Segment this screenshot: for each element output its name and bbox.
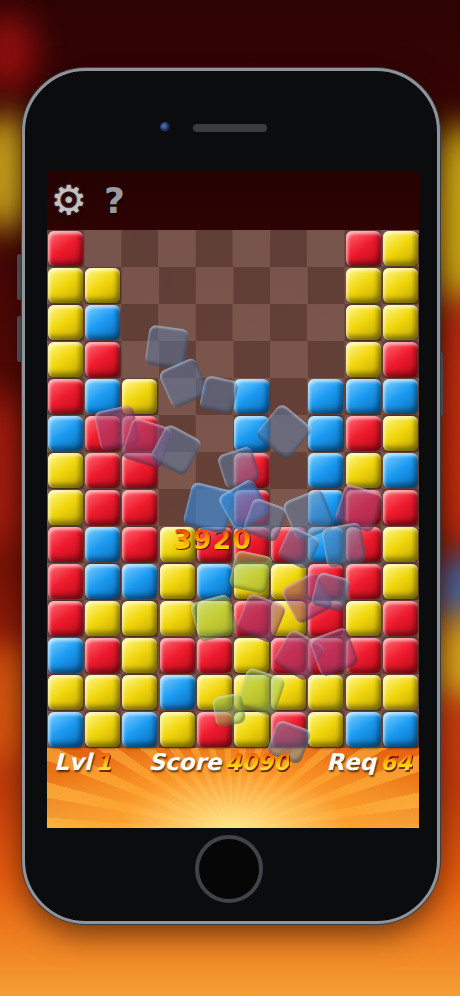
yellow-block <box>346 305 381 340</box>
yellow-block <box>122 638 157 673</box>
block-yellow-r11c7[interactable] <box>270 600 307 637</box>
required-value: 64 <box>380 749 412 775</box>
yellow-block <box>308 675 343 710</box>
block-yellow-r14c8[interactable] <box>307 711 344 748</box>
block-red-r8c6[interactable] <box>233 489 270 526</box>
empty-cell-r1c4 <box>159 230 196 267</box>
blue-block <box>85 305 120 340</box>
block-yellow-r14c4[interactable] <box>159 711 196 748</box>
score-stat: Score 4090 <box>148 749 289 775</box>
block-yellow-r13c1[interactable] <box>47 674 84 711</box>
block-blue-r8c8[interactable] <box>307 489 344 526</box>
level-value: 1 <box>96 749 112 775</box>
block-yellow-r3c1[interactable] <box>47 304 84 341</box>
block-blue-r9c2[interactable] <box>84 526 121 563</box>
block-red-r11c1[interactable] <box>47 600 84 637</box>
red-block <box>383 342 418 377</box>
yellow-block <box>308 712 343 747</box>
block-yellow-r3c10[interactable] <box>382 304 419 341</box>
block-blue-r10c3[interactable] <box>121 563 158 600</box>
yellow-block <box>122 601 157 636</box>
empty-cell-r4c4 <box>159 341 196 378</box>
block-yellow-r10c4[interactable] <box>159 563 196 600</box>
red-block <box>48 527 83 562</box>
block-blue-r12c1[interactable] <box>47 637 84 674</box>
yellow-block <box>346 675 381 710</box>
empty-cell-r6c5 <box>196 415 233 452</box>
blue-block <box>85 564 120 599</box>
block-yellow-r8c1[interactable] <box>47 489 84 526</box>
blue-block <box>85 527 120 562</box>
block-yellow-r13c10[interactable] <box>382 674 419 711</box>
red-block <box>48 564 83 599</box>
empty-cell-r1c2 <box>84 230 121 267</box>
block-red-r4c2[interactable] <box>84 341 121 378</box>
block-red-r7c6[interactable] <box>233 452 270 489</box>
block-yellow-r13c3[interactable] <box>121 674 158 711</box>
block-blue-r6c8[interactable] <box>307 415 344 452</box>
block-red-r9c9[interactable] <box>345 526 382 563</box>
block-yellow-r6c10[interactable] <box>382 415 419 452</box>
yellow-block <box>197 675 232 710</box>
block-red-r7c3[interactable] <box>121 452 158 489</box>
empty-cell-r1c8 <box>307 230 344 267</box>
empty-cell-r3c5 <box>196 304 233 341</box>
empty-cell-r1c3 <box>121 230 158 267</box>
block-red-r11c6[interactable] <box>233 600 270 637</box>
top-hud: ⚙ ? <box>47 172 419 230</box>
game-board[interactable] <box>47 230 419 748</box>
empty-cell-r6c7 <box>270 415 307 452</box>
empty-cell-r1c5 <box>196 230 233 267</box>
blue-block <box>122 712 157 747</box>
block-red-r10c9[interactable] <box>345 563 382 600</box>
block-red-r10c8[interactable] <box>307 563 344 600</box>
block-red-r7c2[interactable] <box>84 452 121 489</box>
block-red-r6c9[interactable] <box>345 415 382 452</box>
block-red-r12c8[interactable] <box>307 637 344 674</box>
block-yellow-r4c9[interactable] <box>345 341 382 378</box>
block-red-r4c10[interactable] <box>382 341 419 378</box>
yellow-block <box>271 601 306 636</box>
empty-cell-r3c8 <box>307 304 344 341</box>
block-yellow-r2c1[interactable] <box>47 267 84 304</box>
red-block <box>383 638 418 673</box>
red-block <box>271 638 306 673</box>
block-red-r9c6[interactable] <box>233 526 270 563</box>
blue-block <box>160 675 195 710</box>
empty-cell-r2c3 <box>121 267 158 304</box>
empty-cell-r7c4 <box>159 452 196 489</box>
yellow-block <box>383 305 418 340</box>
block-yellow-r13c6[interactable] <box>233 674 270 711</box>
block-blue-r7c8[interactable] <box>307 452 344 489</box>
block-blue-r14c10[interactable] <box>382 711 419 748</box>
block-yellow-r2c9[interactable] <box>345 267 382 304</box>
red-block <box>48 601 83 636</box>
empty-cell-r1c6 <box>233 230 270 267</box>
block-yellow-r3c9[interactable] <box>345 304 382 341</box>
block-blue-r14c3[interactable] <box>121 711 158 748</box>
home-button[interactable] <box>195 835 263 903</box>
blue-block <box>308 453 343 488</box>
block-red-r12c5[interactable] <box>196 637 233 674</box>
block-yellow-r10c6[interactable] <box>233 563 270 600</box>
red-block <box>122 490 157 525</box>
yellow-block <box>383 527 418 562</box>
blue-block <box>308 416 343 451</box>
blue-block <box>308 490 343 525</box>
block-red-r9c1[interactable] <box>47 526 84 563</box>
empty-cell-r1c7 <box>270 230 307 267</box>
block-yellow-r7c1[interactable] <box>47 452 84 489</box>
blue-block <box>85 379 120 414</box>
status-bar: Lvl 1 Score 4090 Req 64 <box>47 746 419 778</box>
block-red-r14c5[interactable] <box>196 711 233 748</box>
block-red-r1c1[interactable] <box>47 230 84 267</box>
block-yellow-r13c9[interactable] <box>345 674 382 711</box>
block-yellow-r11c4[interactable] <box>159 600 196 637</box>
block-blue-r5c8[interactable] <box>307 378 344 415</box>
blue-block <box>346 712 381 747</box>
yellow-block <box>346 453 381 488</box>
red-block <box>85 342 120 377</box>
block-red-r8c2[interactable] <box>84 489 121 526</box>
yellow-block <box>48 675 83 710</box>
settings-gear-icon[interactable]: ⚙ <box>51 176 87 224</box>
block-red-r6c2[interactable] <box>84 415 121 452</box>
block-yellow-r12c6[interactable] <box>233 637 270 674</box>
red-block <box>346 527 381 562</box>
help-icon[interactable]: ? <box>104 178 125 224</box>
blue-block <box>308 527 343 562</box>
yellow-block <box>271 564 306 599</box>
block-red-r12c4[interactable] <box>159 637 196 674</box>
red-block <box>271 527 306 562</box>
block-blue-r5c10[interactable] <box>382 378 419 415</box>
red-block <box>346 638 381 673</box>
yellow-block <box>383 564 418 599</box>
empty-cell-r3c6 <box>233 304 270 341</box>
red-block <box>271 712 306 747</box>
blue-block <box>234 416 269 451</box>
required-stat: Req 64 <box>326 749 412 775</box>
blue-block <box>48 638 83 673</box>
yellow-block <box>85 601 120 636</box>
red-block <box>234 490 269 525</box>
block-red-r1c9[interactable] <box>345 230 382 267</box>
empty-cell-r2c8 <box>307 267 344 304</box>
block-red-r9c3[interactable] <box>121 526 158 563</box>
block-yellow-r13c7[interactable] <box>270 674 307 711</box>
yellow-block <box>48 268 83 303</box>
block-yellow-r13c2[interactable] <box>84 674 121 711</box>
red-block <box>234 453 269 488</box>
block-blue-r7c10[interactable] <box>382 452 419 489</box>
level-label: Lvl <box>54 749 92 775</box>
red-block <box>346 416 381 451</box>
red-block <box>85 453 120 488</box>
block-yellow-r10c10[interactable] <box>382 563 419 600</box>
empty-cell-r7c7 <box>270 452 307 489</box>
block-yellow-r11c2[interactable] <box>84 600 121 637</box>
red-block <box>308 601 343 636</box>
block-yellow-r14c2[interactable] <box>84 711 121 748</box>
yellow-block <box>160 712 195 747</box>
front-camera <box>160 122 170 132</box>
red-block <box>308 564 343 599</box>
score-value: 4090 <box>225 749 289 775</box>
yellow-block <box>85 268 120 303</box>
empty-cell-r8c4 <box>159 489 196 526</box>
yellow-block <box>48 305 83 340</box>
yellow-block <box>383 231 418 266</box>
empty-cell-r2c7 <box>270 267 307 304</box>
earpiece-speaker <box>193 124 267 132</box>
block-blue-r3c2[interactable] <box>84 304 121 341</box>
block-blue-r6c6[interactable] <box>233 415 270 452</box>
block-red-r11c10[interactable] <box>382 600 419 637</box>
block-red-r5c1[interactable] <box>47 378 84 415</box>
yellow-block <box>383 268 418 303</box>
empty-cell-r5c5 <box>196 378 233 415</box>
red-block <box>122 416 157 451</box>
block-blue-r13c4[interactable] <box>159 674 196 711</box>
blue-block <box>346 379 381 414</box>
yellow-block <box>48 453 83 488</box>
yellow-block <box>48 490 83 525</box>
red-block <box>85 416 120 451</box>
block-red-r8c10[interactable] <box>382 489 419 526</box>
block-yellow-r12c3[interactable] <box>121 637 158 674</box>
block-yellow-r14c6[interactable] <box>233 711 270 748</box>
red-block <box>383 490 418 525</box>
blue-block <box>122 564 157 599</box>
empty-cell-r8c5 <box>196 489 233 526</box>
red-block <box>346 490 381 525</box>
empty-cell-r6c4 <box>159 415 196 452</box>
block-blue-r10c5[interactable] <box>196 563 233 600</box>
yellow-block <box>48 342 83 377</box>
empty-cell-r2c5 <box>196 267 233 304</box>
empty-cell-r4c8 <box>307 341 344 378</box>
block-yellow-r11c9[interactable] <box>345 600 382 637</box>
red-block <box>122 453 157 488</box>
empty-cell-r5c4 <box>159 378 196 415</box>
blue-block <box>48 712 83 747</box>
yellow-block <box>346 601 381 636</box>
blue-block <box>383 712 418 747</box>
red-block <box>85 638 120 673</box>
blue-block <box>383 379 418 414</box>
block-red-r11c8[interactable] <box>307 600 344 637</box>
blue-block <box>308 379 343 414</box>
level-stat: Lvl 1 <box>54 749 112 775</box>
app-background: ⚙ ? 3920 Lvl 1 Score 4090 Req 64 <box>0 0 460 996</box>
red-block <box>308 638 343 673</box>
required-label: Req <box>326 749 376 775</box>
empty-cell-r3c4 <box>159 304 196 341</box>
red-block <box>85 490 120 525</box>
block-blue-r10c2[interactable] <box>84 563 121 600</box>
yellow-block <box>122 379 157 414</box>
yellow-block <box>346 268 381 303</box>
block-yellow-r13c5[interactable] <box>196 674 233 711</box>
blue-block <box>197 564 232 599</box>
empty-cell-r4c7 <box>270 341 307 378</box>
block-yellow-r9c10[interactable] <box>382 526 419 563</box>
blue-block <box>48 416 83 451</box>
block-yellow-r10c7[interactable] <box>270 563 307 600</box>
block-red-r6c3[interactable] <box>121 415 158 452</box>
red-block <box>160 638 195 673</box>
yellow-block <box>85 675 120 710</box>
block-blue-r14c9[interactable] <box>345 711 382 748</box>
red-block <box>48 379 83 414</box>
block-blue-r5c9[interactable] <box>345 378 382 415</box>
yellow-block <box>346 342 381 377</box>
block-blue-r6c1[interactable] <box>47 415 84 452</box>
block-yellow-r5c3[interactable] <box>121 378 158 415</box>
block-yellow-r11c5[interactable] <box>196 600 233 637</box>
game-screen: ⚙ ? 3920 Lvl 1 Score 4090 Req 64 <box>47 172 419 828</box>
blue-block <box>234 379 269 414</box>
block-red-r12c7[interactable] <box>270 637 307 674</box>
red-block <box>234 601 269 636</box>
empty-cell-r3c3 <box>121 304 158 341</box>
block-yellow-r13c8[interactable] <box>307 674 344 711</box>
block-red-r9c7[interactable] <box>270 526 307 563</box>
empty-cell-r8c7 <box>270 489 307 526</box>
yellow-block <box>271 675 306 710</box>
empty-cell-r2c6 <box>233 267 270 304</box>
block-red-r12c10[interactable] <box>382 637 419 674</box>
red-block <box>234 527 269 562</box>
yellow-block <box>383 416 418 451</box>
red-block <box>122 527 157 562</box>
yellow-block <box>160 527 195 562</box>
yellow-block <box>234 638 269 673</box>
block-yellow-r7c9[interactable] <box>345 452 382 489</box>
block-yellow-r2c10[interactable] <box>382 267 419 304</box>
yellow-block <box>85 712 120 747</box>
red-block <box>383 601 418 636</box>
block-yellow-r11c3[interactable] <box>121 600 158 637</box>
background-blob <box>0 15 35 90</box>
block-red-r10c1[interactable] <box>47 563 84 600</box>
red-block <box>197 638 232 673</box>
red-block <box>346 564 381 599</box>
score-label: Score <box>148 749 221 775</box>
red-block <box>197 712 232 747</box>
block-blue-r9c8[interactable] <box>307 526 344 563</box>
block-blue-r5c2[interactable] <box>84 378 121 415</box>
block-red-r14c7[interactable] <box>270 711 307 748</box>
block-blue-r14c1[interactable] <box>47 711 84 748</box>
red-block <box>346 231 381 266</box>
empty-cell-r4c3 <box>121 341 158 378</box>
red-block <box>48 231 83 266</box>
yellow-block <box>383 675 418 710</box>
empty-cell-r7c5 <box>196 452 233 489</box>
blue-block <box>383 453 418 488</box>
yellow-block <box>160 564 195 599</box>
block-red-r8c9[interactable] <box>345 489 382 526</box>
yellow-block <box>234 675 269 710</box>
block-red-r12c2[interactable] <box>84 637 121 674</box>
empty-cell-r3c7 <box>270 304 307 341</box>
yellow-block <box>234 712 269 747</box>
block-yellow-r9c4[interactable] <box>159 526 196 563</box>
block-red-r12c9[interactable] <box>345 637 382 674</box>
empty-cell-r2c4 <box>159 267 196 304</box>
block-yellow-r4c1[interactable] <box>47 341 84 378</box>
empty-cell-r4c6 <box>233 341 270 378</box>
yellow-block <box>197 601 232 636</box>
block-red-r9c5[interactable] <box>196 526 233 563</box>
block-red-r8c3[interactable] <box>121 489 158 526</box>
yellow-block <box>234 564 269 599</box>
empty-cell-r4c5 <box>196 341 233 378</box>
empty-cell-r5c7 <box>270 378 307 415</box>
block-yellow-r1c10[interactable] <box>382 230 419 267</box>
yellow-block <box>160 601 195 636</box>
block-blue-r5c6[interactable] <box>233 378 270 415</box>
block-yellow-r2c2[interactable] <box>84 267 121 304</box>
red-block <box>197 527 232 562</box>
yellow-block <box>122 675 157 710</box>
